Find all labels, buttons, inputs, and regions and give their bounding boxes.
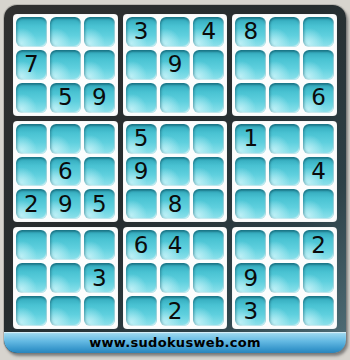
sudoku-cell-r9c3[interactable] xyxy=(84,296,115,326)
sudoku-cell-r9c4[interactable] xyxy=(126,296,157,326)
sudoku-cell-r6c9[interactable] xyxy=(303,189,334,219)
sudoku-cell-r7c9[interactable]: 2 xyxy=(303,230,334,260)
sudoku-box-3-1: 3 xyxy=(13,227,118,329)
sudoku-cell-r5c7[interactable] xyxy=(235,157,266,187)
sudoku-cell-r8c3[interactable]: 3 xyxy=(84,263,115,293)
sudoku-cell-r7c8[interactable] xyxy=(269,230,300,260)
sudoku-cell-r7c4[interactable]: 6 xyxy=(126,230,157,260)
sudoku-cell-r4c9[interactable] xyxy=(303,124,334,154)
sudoku-box-2-1: 6295 xyxy=(13,121,118,223)
sudoku-cell-r9c1[interactable] xyxy=(16,296,47,326)
sudoku-cell-r1c9[interactable] xyxy=(303,17,334,47)
sudoku-cell-r6c4[interactable] xyxy=(126,189,157,219)
sudoku-cell-r2c9[interactable] xyxy=(303,50,334,80)
sudoku-cell-r7c2[interactable] xyxy=(50,230,81,260)
sudoku-cell-r5c9[interactable]: 4 xyxy=(303,157,334,187)
site-url: www.sudokusweb.com xyxy=(89,335,261,350)
sudoku-cell-r6c5[interactable]: 8 xyxy=(160,189,191,219)
sudoku-cell-r3c8[interactable] xyxy=(269,83,300,113)
sudoku-cell-r2c7[interactable] xyxy=(235,50,266,80)
sudoku-cell-r3c1[interactable] xyxy=(16,83,47,113)
sudoku-cell-r5c5[interactable] xyxy=(160,157,191,187)
sudoku-box-1-1: 759 xyxy=(13,14,118,116)
sudoku-cell-r8c1[interactable] xyxy=(16,263,47,293)
sudoku-cell-r9c8[interactable] xyxy=(269,296,300,326)
sudoku-cell-r1c4[interactable]: 3 xyxy=(126,17,157,47)
footer-bar: www.sudokusweb.com xyxy=(4,332,346,353)
sudoku-cell-r1c2[interactable] xyxy=(50,17,81,47)
sudoku-cell-r5c4[interactable]: 9 xyxy=(126,157,157,187)
sudoku-cell-r1c1[interactable] xyxy=(16,17,47,47)
sudoku-cell-r3c3[interactable]: 9 xyxy=(84,83,115,113)
sudoku-cell-r4c2[interactable] xyxy=(50,124,81,154)
sudoku-box-2-3: 14 xyxy=(232,121,337,223)
sudoku-cell-r9c2[interactable] xyxy=(50,296,81,326)
sudoku-cell-r8c9[interactable] xyxy=(303,263,334,293)
sudoku-box-1-2: 349 xyxy=(123,14,228,116)
sudoku-cell-r6c6[interactable] xyxy=(193,189,224,219)
sudoku-cell-r4c8[interactable] xyxy=(269,124,300,154)
sudoku-cell-r1c7[interactable]: 8 xyxy=(235,17,266,47)
sudoku-cell-r1c5[interactable] xyxy=(160,17,191,47)
sudoku-cell-r6c3[interactable]: 5 xyxy=(84,189,115,219)
sudoku-cell-r4c7[interactable]: 1 xyxy=(235,124,266,154)
sudoku-cell-r9c9[interactable] xyxy=(303,296,334,326)
sudoku-cell-r3c5[interactable] xyxy=(160,83,191,113)
sudoku-cell-r5c3[interactable] xyxy=(84,157,115,187)
page: 759349866295598143642293 www.sudokusweb.… xyxy=(0,0,350,360)
sudoku-cell-r2c8[interactable] xyxy=(269,50,300,80)
sudoku-cell-r6c8[interactable] xyxy=(269,189,300,219)
sudoku-cell-r8c6[interactable] xyxy=(193,263,224,293)
sudoku-cell-r8c4[interactable] xyxy=(126,263,157,293)
sudoku-cell-r4c1[interactable] xyxy=(16,124,47,154)
sudoku-cell-r6c1[interactable]: 2 xyxy=(16,189,47,219)
sudoku-cell-r2c4[interactable] xyxy=(126,50,157,80)
sudoku-cell-r3c9[interactable]: 6 xyxy=(303,83,334,113)
sudoku-cell-r2c2[interactable] xyxy=(50,50,81,80)
sudoku-grid: 759349866295598143642293 xyxy=(13,14,337,329)
sudoku-cell-r5c1[interactable] xyxy=(16,157,47,187)
sudoku-cell-r8c5[interactable] xyxy=(160,263,191,293)
sudoku-cell-r1c8[interactable] xyxy=(269,17,300,47)
sudoku-cell-r4c4[interactable]: 5 xyxy=(126,124,157,154)
sudoku-cell-r7c6[interactable] xyxy=(193,230,224,260)
sudoku-cell-r3c2[interactable]: 5 xyxy=(50,83,81,113)
sudoku-cell-r8c2[interactable] xyxy=(50,263,81,293)
sudoku-cell-r4c3[interactable] xyxy=(84,124,115,154)
sudoku-cell-r4c6[interactable] xyxy=(193,124,224,154)
sudoku-cell-r8c8[interactable] xyxy=(269,263,300,293)
sudoku-cell-r5c8[interactable] xyxy=(269,157,300,187)
sudoku-cell-r1c3[interactable] xyxy=(84,17,115,47)
sudoku-box-2-2: 598 xyxy=(123,121,228,223)
sudoku-cell-r7c5[interactable]: 4 xyxy=(160,230,191,260)
sudoku-cell-r5c6[interactable] xyxy=(193,157,224,187)
sudoku-cell-r2c6[interactable] xyxy=(193,50,224,80)
sudoku-box-3-3: 293 xyxy=(232,227,337,329)
sudoku-cell-r6c2[interactable]: 9 xyxy=(50,189,81,219)
sudoku-cell-r4c5[interactable] xyxy=(160,124,191,154)
sudoku-cell-r9c5[interactable]: 2 xyxy=(160,296,191,326)
sudoku-cell-r5c2[interactable]: 6 xyxy=(50,157,81,187)
sudoku-cell-r2c5[interactable]: 9 xyxy=(160,50,191,80)
sudoku-cell-r6c7[interactable] xyxy=(235,189,266,219)
sudoku-cell-r9c6[interactable] xyxy=(193,296,224,326)
sudoku-cell-r9c7[interactable]: 3 xyxy=(235,296,266,326)
sudoku-cell-r1c6[interactable]: 4 xyxy=(193,17,224,47)
sudoku-cell-r3c7[interactable] xyxy=(235,83,266,113)
sudoku-cell-r3c4[interactable] xyxy=(126,83,157,113)
sudoku-cell-r7c1[interactable] xyxy=(16,230,47,260)
sudoku-box-1-3: 86 xyxy=(232,14,337,116)
sudoku-cell-r8c7[interactable]: 9 xyxy=(235,263,266,293)
sudoku-cell-r7c7[interactable] xyxy=(235,230,266,260)
sudoku-cell-r7c3[interactable] xyxy=(84,230,115,260)
sudoku-cell-r3c6[interactable] xyxy=(193,83,224,113)
sudoku-cell-r2c3[interactable] xyxy=(84,50,115,80)
sudoku-cell-r2c1[interactable]: 7 xyxy=(16,50,47,80)
sudoku-box-3-2: 642 xyxy=(123,227,228,329)
sudoku-board: 759349866295598143642293 www.sudokusweb.… xyxy=(4,5,346,353)
